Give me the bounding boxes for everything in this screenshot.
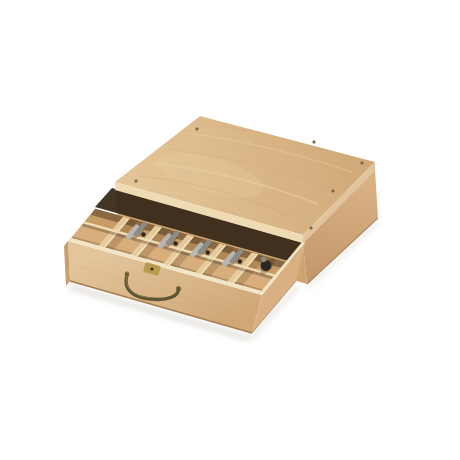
tube-cap — [206, 250, 210, 254]
handle-plate-hole — [150, 267, 153, 270]
lid-screw-slot — [135, 180, 136, 181]
lid-screw-slot — [196, 128, 197, 129]
storage-box-illustration — [0, 0, 460, 460]
tube-cap — [141, 232, 145, 236]
tube-cap — [173, 241, 177, 245]
lid-screw-slot — [332, 190, 333, 191]
lid-screw-slot — [310, 227, 311, 228]
tube-cap — [238, 259, 242, 263]
product-photo — [0, 0, 460, 460]
lid-screw-slot — [361, 162, 362, 163]
lid-screw-slot — [313, 141, 314, 142]
